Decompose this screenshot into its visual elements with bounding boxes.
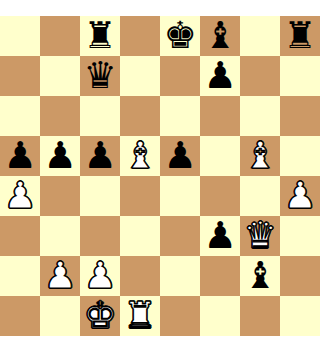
- square-d7[interactable]: [120, 56, 160, 96]
- square-a5[interactable]: ♟: [0, 136, 40, 176]
- square-f4[interactable]: [200, 176, 240, 216]
- square-b5[interactable]: ♟: [40, 136, 80, 176]
- square-e4[interactable]: [160, 176, 200, 216]
- square-c5[interactable]: ♟: [80, 136, 120, 176]
- square-a3[interactable]: [0, 216, 40, 256]
- square-d5[interactable]: ♝: [120, 136, 160, 176]
- white-bishop-piece: ♝: [123, 136, 156, 176]
- square-h5[interactable]: [280, 136, 320, 176]
- square-a6[interactable]: [0, 96, 40, 136]
- black-bishop-piece: ♝: [203, 16, 236, 56]
- square-c3[interactable]: [80, 216, 120, 256]
- header-bar: BWTC.0156: [0, 0, 320, 16]
- square-h6[interactable]: [280, 96, 320, 136]
- square-g6[interactable]: [240, 96, 280, 136]
- square-e3[interactable]: [160, 216, 200, 256]
- square-g1[interactable]: [240, 296, 280, 336]
- white-pawn-piece: ♟: [3, 176, 36, 216]
- black-rook-piece: ♜: [83, 16, 116, 56]
- square-a1[interactable]: [0, 296, 40, 336]
- square-h7[interactable]: [280, 56, 320, 96]
- square-h1[interactable]: [280, 296, 320, 336]
- square-e8[interactable]: ♚: [160, 16, 200, 56]
- square-g3[interactable]: ♛: [240, 216, 280, 256]
- square-c8[interactable]: ♜: [80, 16, 120, 56]
- white-pawn-piece: ♟: [43, 256, 76, 296]
- square-f5[interactable]: [200, 136, 240, 176]
- square-d6[interactable]: [120, 96, 160, 136]
- black-queen-piece: ♛: [83, 56, 116, 96]
- square-b8[interactable]: [40, 16, 80, 56]
- square-f7[interactable]: ♟: [200, 56, 240, 96]
- square-a8[interactable]: [0, 16, 40, 56]
- square-h4[interactable]: ♟: [280, 176, 320, 216]
- square-b1[interactable]: [40, 296, 80, 336]
- square-f1[interactable]: [200, 296, 240, 336]
- square-c1[interactable]: ♚: [80, 296, 120, 336]
- square-g4[interactable]: [240, 176, 280, 216]
- white-pawn-piece: ♟: [283, 176, 316, 216]
- square-f6[interactable]: [200, 96, 240, 136]
- square-d4[interactable]: [120, 176, 160, 216]
- square-g5[interactable]: ♝: [240, 136, 280, 176]
- square-d3[interactable]: [120, 216, 160, 256]
- square-a4[interactable]: ♟: [0, 176, 40, 216]
- square-f3[interactable]: ♟: [200, 216, 240, 256]
- white-king-piece: ♚: [83, 296, 116, 336]
- square-d2[interactable]: [120, 256, 160, 296]
- square-e7[interactable]: [160, 56, 200, 96]
- square-f2[interactable]: [200, 256, 240, 296]
- square-g2[interactable]: ♝: [240, 256, 280, 296]
- white-queen-piece: ♛: [243, 216, 276, 256]
- square-c2[interactable]: ♟: [80, 256, 120, 296]
- square-f8[interactable]: ♝: [200, 16, 240, 56]
- square-g7[interactable]: [240, 56, 280, 96]
- black-pawn-piece: ♟: [43, 136, 76, 176]
- square-g8[interactable]: [240, 16, 280, 56]
- black-bishop-piece: ♝: [243, 256, 276, 296]
- black-pawn-piece: ♟: [3, 136, 36, 176]
- square-e2[interactable]: [160, 256, 200, 296]
- square-c4[interactable]: [80, 176, 120, 216]
- square-b6[interactable]: [40, 96, 80, 136]
- square-a7[interactable]: [0, 56, 40, 96]
- square-b3[interactable]: [40, 216, 80, 256]
- status-bar: 1. ?: [0, 336, 320, 360]
- chess-board: ♜♚♝♜♛♟♟♟♟♝♟♝♟♟♟♛♟♟♝♚♜: [0, 16, 320, 336]
- square-h2[interactable]: [280, 256, 320, 296]
- black-pawn-piece: ♟: [163, 136, 196, 176]
- square-c6[interactable]: [80, 96, 120, 136]
- square-c7[interactable]: ♛: [80, 56, 120, 96]
- square-h3[interactable]: [280, 216, 320, 256]
- square-e5[interactable]: ♟: [160, 136, 200, 176]
- square-e6[interactable]: [160, 96, 200, 136]
- square-d8[interactable]: [120, 16, 160, 56]
- square-d1[interactable]: ♜: [120, 296, 160, 336]
- white-pawn-piece: ♟: [83, 256, 116, 296]
- square-h8[interactable]: ♜: [280, 16, 320, 56]
- black-pawn-piece: ♟: [83, 136, 116, 176]
- black-pawn-piece: ♟: [203, 216, 236, 256]
- black-pawn-piece: ♟: [203, 56, 236, 96]
- chess-trainer-window: BWTC.0156 ♜♚♝♜♛♟♟♟♟♝♟♝♟♟♟♛♟♟♝♚♜ 1. ?: [0, 0, 320, 360]
- black-king-piece: ♚: [163, 16, 196, 56]
- square-b7[interactable]: [40, 56, 80, 96]
- white-bishop-piece: ♝: [243, 136, 276, 176]
- black-rook-piece: ♜: [283, 16, 316, 56]
- square-a2[interactable]: [0, 256, 40, 296]
- white-rook-piece: ♜: [123, 296, 156, 336]
- square-b2[interactable]: ♟: [40, 256, 80, 296]
- square-e1[interactable]: [160, 296, 200, 336]
- square-b4[interactable]: [40, 176, 80, 216]
